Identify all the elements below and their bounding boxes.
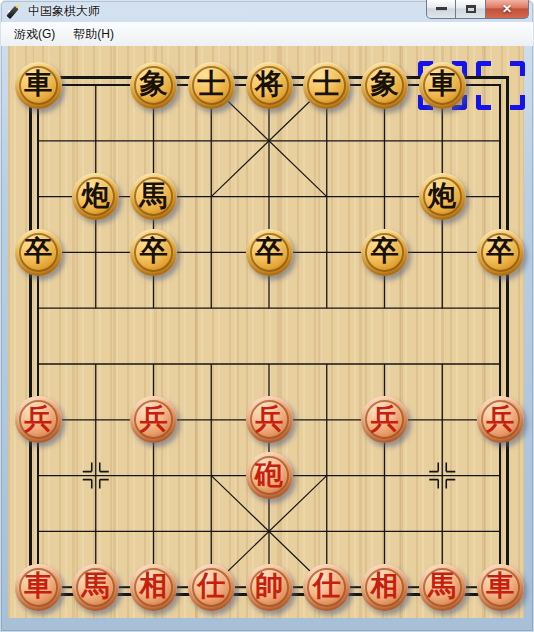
minimize-button[interactable] bbox=[426, 0, 456, 19]
piece-character: 車 bbox=[24, 572, 52, 600]
piece-black-soldier-i3[interactable]: 卒 bbox=[477, 229, 524, 276]
piece-black-soldier-a3[interactable]: 卒 bbox=[15, 229, 62, 276]
piece-character: 将 bbox=[255, 70, 283, 98]
piece-character: 炮 bbox=[428, 182, 456, 210]
piece-character: 兵 bbox=[371, 405, 399, 433]
piece-black-chariot-a0[interactable]: 車 bbox=[15, 62, 62, 109]
piece-red-advisor-d9[interactable]: 仕 bbox=[188, 564, 235, 611]
window-controls: ✕ bbox=[426, 0, 529, 19]
close-icon: ✕ bbox=[502, 3, 512, 15]
piece-character: 車 bbox=[24, 70, 52, 98]
piece-character: 仕 bbox=[197, 572, 225, 600]
piece-character: 卒 bbox=[140, 237, 168, 265]
piece-black-general-e0[interactable]: 将 bbox=[246, 62, 293, 109]
minimize-icon bbox=[436, 7, 447, 11]
piece-black-chariot-h0[interactable]: 車 bbox=[419, 62, 466, 109]
piece-red-soldier-c6[interactable]: 兵 bbox=[130, 396, 177, 443]
menu-bar: 游戏(G) 帮助(H) bbox=[1, 22, 533, 46]
piece-character: 兵 bbox=[24, 405, 52, 433]
piece-character: 象 bbox=[140, 70, 168, 98]
piece-character: 士 bbox=[313, 70, 341, 98]
app-window: 中国象棋大师 ✕ 游戏(G) 帮助(H) 車象士将士象車炮馬炮卒卒卒卒卒兵兵兵兵… bbox=[0, 0, 534, 632]
piece-red-horse-b9[interactable]: 馬 bbox=[72, 564, 119, 611]
piece-character: 卒 bbox=[371, 237, 399, 265]
close-button[interactable]: ✕ bbox=[485, 0, 529, 19]
piece-black-horse-c2[interactable]: 馬 bbox=[130, 173, 177, 220]
piece-character: 馬 bbox=[82, 572, 110, 600]
piece-red-elephant-c9[interactable]: 相 bbox=[130, 564, 177, 611]
maximize-button[interactable] bbox=[456, 0, 485, 19]
piece-black-advisor-d0[interactable]: 士 bbox=[188, 62, 235, 109]
piece-character: 兵 bbox=[255, 405, 283, 433]
piece-character: 砲 bbox=[255, 461, 283, 489]
piece-red-cannon-e7[interactable]: 砲 bbox=[246, 452, 293, 499]
piece-black-elephant-c0[interactable]: 象 bbox=[130, 62, 177, 109]
last-move-from-marker bbox=[476, 61, 525, 110]
board-grid bbox=[8, 46, 524, 618]
piece-red-soldier-e6[interactable]: 兵 bbox=[246, 396, 293, 443]
piece-red-advisor-f9[interactable]: 仕 bbox=[303, 564, 350, 611]
piece-character: 炮 bbox=[82, 182, 110, 210]
piece-red-horse-h9[interactable]: 馬 bbox=[419, 564, 466, 611]
piece-black-cannon-h2[interactable]: 炮 bbox=[419, 173, 466, 220]
piece-black-cannon-b2[interactable]: 炮 bbox=[72, 173, 119, 220]
piece-character: 相 bbox=[371, 572, 399, 600]
piece-character: 兵 bbox=[140, 405, 168, 433]
piece-character: 象 bbox=[371, 70, 399, 98]
piece-character: 馬 bbox=[140, 182, 168, 210]
window-title: 中国象棋大师 bbox=[28, 3, 100, 20]
piece-red-elephant-g9[interactable]: 相 bbox=[361, 564, 408, 611]
piece-red-chariot-a9[interactable]: 車 bbox=[15, 564, 62, 611]
menu-item-help[interactable]: 帮助(H) bbox=[64, 22, 123, 47]
piece-character: 車 bbox=[428, 70, 456, 98]
piece-character: 帥 bbox=[255, 572, 283, 600]
piece-black-advisor-f0[interactable]: 士 bbox=[303, 62, 350, 109]
menu-item-game[interactable]: 游戏(G) bbox=[5, 22, 64, 47]
piece-character: 卒 bbox=[255, 237, 283, 265]
piece-black-elephant-g0[interactable]: 象 bbox=[361, 62, 408, 109]
piece-black-soldier-e3[interactable]: 卒 bbox=[246, 229, 293, 276]
maximize-icon bbox=[466, 5, 476, 13]
piece-character: 馬 bbox=[428, 572, 456, 600]
piece-black-soldier-g3[interactable]: 卒 bbox=[361, 229, 408, 276]
piece-red-chariot-i9[interactable]: 車 bbox=[477, 564, 524, 611]
piece-character: 兵 bbox=[486, 405, 514, 433]
piece-character: 士 bbox=[197, 70, 225, 98]
piece-character: 車 bbox=[486, 572, 514, 600]
piece-black-soldier-c3[interactable]: 卒 bbox=[130, 229, 177, 276]
piece-character: 仕 bbox=[313, 572, 341, 600]
piece-character: 卒 bbox=[24, 237, 52, 265]
piece-character: 相 bbox=[140, 572, 168, 600]
piece-red-soldier-a6[interactable]: 兵 bbox=[15, 396, 62, 443]
title-bar[interactable]: 中国象棋大师 ✕ bbox=[0, 0, 534, 22]
piece-red-soldier-g6[interactable]: 兵 bbox=[361, 396, 408, 443]
xiangqi-board[interactable]: 車象士将士象車炮馬炮卒卒卒卒卒兵兵兵兵兵砲車馬相仕帥仕相馬車 bbox=[8, 46, 524, 618]
app-icon bbox=[7, 4, 22, 19]
piece-character: 卒 bbox=[486, 237, 514, 265]
piece-red-general-e9[interactable]: 帥 bbox=[246, 564, 293, 611]
piece-red-soldier-i6[interactable]: 兵 bbox=[477, 396, 524, 443]
